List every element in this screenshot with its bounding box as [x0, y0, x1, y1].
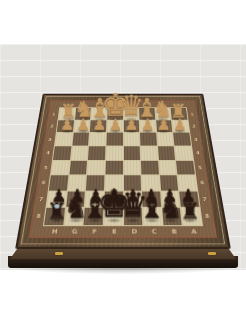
file-label-bottom-E: E — [112, 228, 117, 234]
file-label-bottom-F: F — [92, 228, 97, 234]
square-a4[interactable] — [175, 146, 193, 159]
rank-label-left-3: 3 — [48, 138, 52, 142]
square-a5[interactable] — [176, 160, 195, 174]
rank-label-right-1: 1 — [190, 113, 194, 117]
chess-scene: HGFEDCBA1234567812345678 ♜♞♝♚♛♝♞♜♟♟♟♟♟♟♟… — [0, 68, 246, 268]
rank-label-left-2: 2 — [50, 125, 54, 129]
square-b4[interactable] — [158, 146, 176, 159]
rank-label-left-4: 4 — [46, 152, 50, 156]
square-d3[interactable] — [123, 133, 139, 146]
rank-label-left-5: 5 — [43, 166, 48, 171]
square-f5[interactable] — [87, 160, 105, 174]
square-d5[interactable] — [124, 160, 141, 174]
square-h4[interactable] — [53, 146, 71, 159]
rank-label-right-3: 3 — [194, 138, 198, 142]
rank-label-left-6: 6 — [41, 181, 46, 186]
rank-label-left-1: 1 — [52, 113, 56, 117]
square-b3[interactable] — [157, 133, 174, 146]
rank-label-right-8: 8 — [205, 215, 210, 221]
square-b5[interactable] — [159, 160, 177, 174]
file-label-bottom-A: A — [191, 228, 197, 234]
square-g4[interactable] — [71, 146, 89, 159]
rank-label-right-2: 2 — [192, 125, 196, 129]
rank-label-right-4: 4 — [196, 152, 200, 156]
rank-label-right-6: 6 — [200, 181, 205, 186]
rank-label-left-7: 7 — [39, 197, 44, 202]
square-h5[interactable] — [51, 160, 70, 174]
price-sticker — [54, 204, 60, 208]
square-a3[interactable] — [174, 133, 191, 146]
square-g3[interactable] — [72, 133, 89, 146]
file-label-bottom-B: B — [171, 228, 177, 234]
square-e3[interactable] — [106, 133, 122, 146]
square-h3[interactable] — [55, 133, 72, 146]
file-label-bottom-D: D — [131, 228, 137, 234]
square-f4[interactable] — [88, 146, 105, 159]
square-c5[interactable] — [141, 160, 159, 174]
file-label-bottom-G: G — [71, 228, 77, 234]
product-photo: HGFEDCBA1234567812345678 ♜♞♝♚♛♝♞♜♟♟♟♟♟♟♟… — [0, 0, 246, 328]
chess-board: HGFEDCBA1234567812345678 ♜♞♝♚♛♝♞♜♟♟♟♟♟♟♟… — [15, 94, 231, 249]
square-d4[interactable] — [123, 146, 140, 159]
rank-label-right-7: 7 — [202, 197, 207, 202]
file-label-bottom-C: C — [152, 228, 157, 234]
square-f3[interactable] — [89, 133, 106, 146]
file-label-bottom-H: H — [51, 228, 57, 234]
square-c3[interactable] — [140, 133, 157, 146]
square-e5[interactable] — [105, 160, 122, 174]
square-c4[interactable] — [141, 146, 158, 159]
rank-label-left-8: 8 — [36, 215, 41, 221]
square-e4[interactable] — [106, 146, 123, 159]
rank-label-right-5: 5 — [198, 166, 203, 171]
square-g5[interactable] — [69, 160, 87, 174]
